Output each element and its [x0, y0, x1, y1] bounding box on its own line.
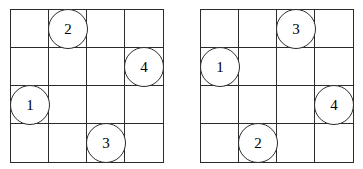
cell-r1c1 [201, 10, 239, 48]
numbered-circle: 4 [124, 47, 164, 87]
circle-number: 1 [216, 60, 224, 75]
cell-r2c4 [315, 48, 353, 86]
circle-number: 3 [292, 22, 300, 37]
cell-r2c3 [87, 48, 125, 86]
cell-r3c3 [87, 86, 125, 124]
cell-r1c3 [87, 10, 125, 48]
board-right: 3142 [200, 9, 354, 163]
circle-number: 4 [140, 60, 148, 75]
cell-r1c4 [315, 10, 353, 48]
circle-number: 2 [254, 136, 262, 151]
cell-r3c3 [277, 86, 315, 124]
cell-r3c4 [125, 86, 163, 124]
cell-r2c2 [239, 48, 277, 86]
cell-r4c1 [201, 124, 239, 162]
circle-number: 3 [102, 136, 110, 151]
cell-r1c2 [239, 10, 277, 48]
cell-r2c2 [49, 48, 87, 86]
cell-r1c4 [125, 10, 163, 48]
numbered-circle: 2 [48, 9, 88, 49]
cell-r3c2 [239, 86, 277, 124]
circle-number: 1 [26, 98, 34, 113]
cell-r1c1 [11, 10, 49, 48]
cell-r4c4 [315, 124, 353, 162]
numbered-circle: 1 [200, 47, 240, 87]
circle-number: 4 [330, 98, 338, 113]
cell-r3c2 [49, 86, 87, 124]
numbered-circle: 4 [314, 85, 354, 125]
cell-r2c1 [11, 48, 49, 86]
cell-r4c4 [125, 124, 163, 162]
cell-r4c2 [49, 124, 87, 162]
numbered-circle: 3 [276, 9, 316, 49]
numbered-circle: 1 [10, 85, 50, 125]
board-left: 2413 [10, 9, 164, 163]
cell-r3c1 [201, 86, 239, 124]
cell-r4c3 [277, 124, 315, 162]
numbered-circle: 2 [238, 123, 278, 163]
circle-number: 2 [64, 22, 72, 37]
numbered-circle: 3 [86, 123, 126, 163]
cell-r4c1 [11, 124, 49, 162]
cell-r2c3 [277, 48, 315, 86]
